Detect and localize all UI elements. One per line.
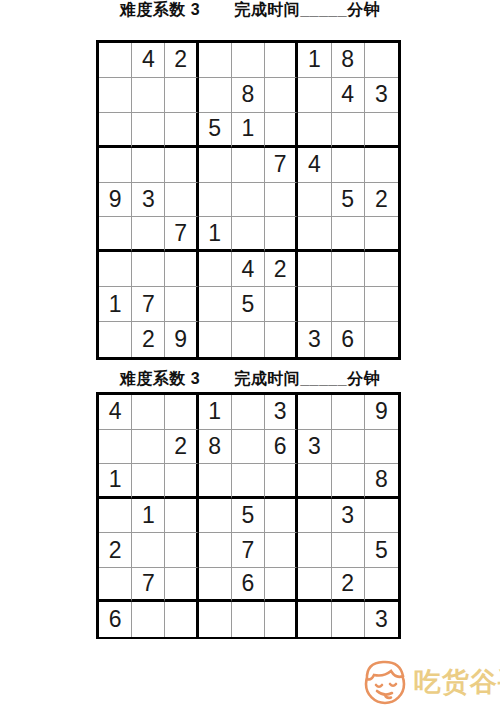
p1-cell-r8c6 <box>265 287 298 322</box>
p1-cell-r9c4 <box>199 322 232 357</box>
p1-cell-r9c1 <box>99 322 132 357</box>
p2-cell-r3c9: 8 <box>365 464 398 499</box>
p2-cell-r6c1 <box>99 568 132 603</box>
p1-cell-r6c1 <box>99 217 132 252</box>
p2-cell-r3c5 <box>232 464 265 499</box>
p1-cell-r8c4 <box>199 287 232 322</box>
p1-cell-r5c1: 9 <box>99 183 132 218</box>
p1-cell-r8c1: 1 <box>99 287 132 322</box>
p1-cell-r9c2: 2 <box>132 322 165 357</box>
p2-cell-r4c5: 5 <box>232 499 265 534</box>
sudoku-grid-1: 42188435174935271421752936 <box>96 40 401 360</box>
p1-cell-r4c8 <box>332 148 365 183</box>
p1-cell-r4c4 <box>199 148 232 183</box>
p1-cell-r6c4: 1 <box>199 217 232 252</box>
p2-cell-r7c1: 6 <box>99 602 132 637</box>
p2-cell-r6c4 <box>199 568 232 603</box>
p1-cell-r1c5 <box>232 43 265 78</box>
p1-cell-r3c5: 1 <box>232 113 265 148</box>
p2-cell-r1c1: 4 <box>99 395 132 430</box>
p2-cell-r3c7 <box>298 464 331 499</box>
p1-cell-r1c7: 1 <box>298 43 331 78</box>
p1-cell-r3c1 <box>99 113 132 148</box>
p1-cell-r7c1 <box>99 252 132 287</box>
p1-cell-r8c8 <box>332 287 365 322</box>
p1-cell-r5c8: 5 <box>332 183 365 218</box>
p1-cell-r6c2 <box>132 217 165 252</box>
puzzle2-title: 难度系数 3完成时间_____分钟 <box>0 369 500 390</box>
p2-cell-r2c5 <box>232 430 265 465</box>
p2-cell-r5c1: 2 <box>99 533 132 568</box>
p1-cell-r3c2 <box>132 113 165 148</box>
p1-cell-r7c5: 4 <box>232 252 265 287</box>
puzzle2-time-label: 完成时间_____分钟 <box>234 370 380 387</box>
watermark-text: 吃货谷手游 <box>414 664 500 700</box>
p1-cell-r3c4: 5 <box>199 113 232 148</box>
p1-cell-r2c7 <box>298 78 331 113</box>
p2-cell-r2c8 <box>332 430 365 465</box>
p1-cell-r6c6 <box>265 217 298 252</box>
p2-cell-r6c8: 2 <box>332 568 365 603</box>
p2-cell-r7c6 <box>265 602 298 637</box>
p2-cell-r4c1 <box>99 499 132 534</box>
p2-cell-r6c7 <box>298 568 331 603</box>
p1-cell-r5c4 <box>199 183 232 218</box>
puzzle1-title: 难度系数 3完成时间_____分钟 <box>0 0 500 21</box>
p2-cell-r7c4 <box>199 602 232 637</box>
p2-cell-r5c7 <box>298 533 331 568</box>
p1-cell-r6c8 <box>332 217 365 252</box>
puzzle2-difficulty-label: 难度系数 3 <box>120 370 200 387</box>
p1-cell-r8c5: 5 <box>232 287 265 322</box>
p1-cell-r4c1 <box>99 148 132 183</box>
p2-cell-r3c6 <box>265 464 298 499</box>
p2-cell-r4c7 <box>298 499 331 534</box>
p1-cell-r2c4 <box>199 78 232 113</box>
sudoku-grid-2: 413928631815327576263 <box>96 392 401 639</box>
p1-cell-r5c7 <box>298 183 331 218</box>
p2-cell-r5c6 <box>265 533 298 568</box>
p1-cell-r2c8: 4 <box>332 78 365 113</box>
p2-cell-r3c3 <box>165 464 198 499</box>
p1-cell-r9c5 <box>232 322 265 357</box>
p1-cell-r4c3 <box>165 148 198 183</box>
p2-cell-r1c8 <box>332 395 365 430</box>
p1-cell-r1c2: 4 <box>132 43 165 78</box>
p1-cell-r2c6 <box>265 78 298 113</box>
p2-cell-r1c9: 9 <box>365 395 398 430</box>
p1-cell-r7c9 <box>365 252 398 287</box>
p2-cell-r1c6: 3 <box>265 395 298 430</box>
p2-cell-r1c5 <box>232 395 265 430</box>
p2-cell-r3c2 <box>132 464 165 499</box>
p2-cell-r4c2: 1 <box>132 499 165 534</box>
p2-cell-r2c4: 8 <box>199 430 232 465</box>
p2-cell-r1c3 <box>165 395 198 430</box>
p1-cell-r5c9: 2 <box>365 183 398 218</box>
p2-cell-r2c3: 2 <box>165 430 198 465</box>
p1-cell-r5c5 <box>232 183 265 218</box>
p1-cell-r1c6 <box>265 43 298 78</box>
p1-cell-r4c5 <box>232 148 265 183</box>
p1-cell-r2c1 <box>99 78 132 113</box>
p2-cell-r5c9: 5 <box>365 533 398 568</box>
p1-cell-r1c1 <box>99 43 132 78</box>
p2-cell-r1c2 <box>132 395 165 430</box>
p1-cell-r2c9: 3 <box>365 78 398 113</box>
p1-cell-r5c6 <box>265 183 298 218</box>
p1-cell-r5c3 <box>165 183 198 218</box>
p1-cell-r3c8 <box>332 113 365 148</box>
p1-cell-r3c6 <box>265 113 298 148</box>
p2-cell-r7c5 <box>232 602 265 637</box>
p1-cell-r1c9 <box>365 43 398 78</box>
p1-cell-r8c9 <box>365 287 398 322</box>
p1-cell-r1c8: 8 <box>332 43 365 78</box>
p1-cell-r8c7 <box>298 287 331 322</box>
p2-cell-r1c4: 1 <box>199 395 232 430</box>
p1-cell-r3c9 <box>365 113 398 148</box>
p2-cell-r6c3 <box>165 568 198 603</box>
p2-cell-r4c9 <box>365 499 398 534</box>
puzzle1-difficulty-label: 难度系数 3 <box>120 1 200 18</box>
p2-cell-r1c7 <box>298 395 331 430</box>
p1-cell-r4c9 <box>365 148 398 183</box>
p2-cell-r6c9 <box>365 568 398 603</box>
p1-cell-r7c7 <box>298 252 331 287</box>
p2-cell-r7c2 <box>132 602 165 637</box>
p2-cell-r4c4 <box>199 499 232 534</box>
puzzle-page: { "game": "sudoku", "colors": { "backgro… <box>0 0 500 708</box>
p2-cell-r7c8 <box>332 602 365 637</box>
p1-cell-r6c9 <box>365 217 398 252</box>
p2-cell-r3c4 <box>199 464 232 499</box>
p2-cell-r3c1: 1 <box>99 464 132 499</box>
p2-cell-r3c8 <box>332 464 365 499</box>
p1-cell-r9c6 <box>265 322 298 357</box>
p1-cell-r7c2 <box>132 252 165 287</box>
p2-cell-r5c2 <box>132 533 165 568</box>
p1-cell-r2c3 <box>165 78 198 113</box>
p1-cell-r6c5 <box>232 217 265 252</box>
p1-cell-r2c5: 8 <box>232 78 265 113</box>
p1-cell-r9c8: 6 <box>332 322 365 357</box>
p1-cell-r6c3: 7 <box>165 217 198 252</box>
p1-cell-r7c8 <box>332 252 365 287</box>
p2-cell-r2c9 <box>365 430 398 465</box>
p1-cell-r8c3 <box>165 287 198 322</box>
watermark: 吃货谷手游 <box>360 655 500 708</box>
p1-cell-r4c7: 4 <box>298 148 331 183</box>
p1-cell-r6c7 <box>298 217 331 252</box>
p1-cell-r9c7: 3 <box>298 322 331 357</box>
p2-cell-r7c3 <box>165 602 198 637</box>
p2-cell-r5c3 <box>165 533 198 568</box>
p1-cell-r7c6: 2 <box>265 252 298 287</box>
p1-cell-r1c4 <box>199 43 232 78</box>
p2-cell-r2c7: 3 <box>298 430 331 465</box>
p2-cell-r4c6 <box>265 499 298 534</box>
p1-cell-r2c2 <box>132 78 165 113</box>
p2-cell-r5c8 <box>332 533 365 568</box>
p2-cell-r7c7 <box>298 602 331 637</box>
p2-cell-r2c1 <box>99 430 132 465</box>
p1-cell-r8c2: 7 <box>132 287 165 322</box>
p2-cell-r4c8: 3 <box>332 499 365 534</box>
p2-cell-r5c4 <box>199 533 232 568</box>
p2-cell-r6c2: 7 <box>132 568 165 603</box>
p1-cell-r5c2: 3 <box>132 183 165 218</box>
p1-cell-r3c3 <box>165 113 198 148</box>
puzzle1-time-label: 完成时间_____分钟 <box>234 1 380 18</box>
p1-cell-r4c2 <box>132 148 165 183</box>
p2-cell-r7c9: 3 <box>365 602 398 637</box>
p1-cell-r7c3 <box>165 252 198 287</box>
p2-cell-r4c3 <box>165 499 198 534</box>
p2-cell-r6c5: 6 <box>232 568 265 603</box>
p2-cell-r5c5: 7 <box>232 533 265 568</box>
p1-cell-r9c3: 9 <box>165 322 198 357</box>
p1-cell-r7c4 <box>199 252 232 287</box>
boy-face-icon <box>360 655 410 708</box>
p2-cell-r6c6 <box>265 568 298 603</box>
p1-cell-r3c7 <box>298 113 331 148</box>
p1-cell-r4c6: 7 <box>265 148 298 183</box>
p2-cell-r2c6: 6 <box>265 430 298 465</box>
p1-cell-r9c9 <box>365 322 398 357</box>
p1-cell-r1c3: 2 <box>165 43 198 78</box>
p2-cell-r2c2 <box>132 430 165 465</box>
